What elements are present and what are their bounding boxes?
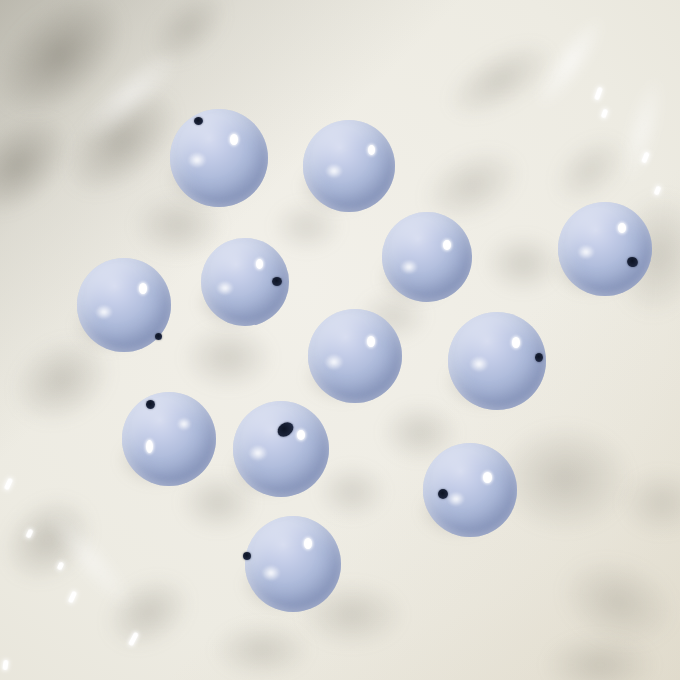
plate-specular-glint xyxy=(2,660,8,671)
bead xyxy=(122,392,216,486)
bead-specular-highlight xyxy=(230,134,238,145)
bead xyxy=(77,258,171,352)
bead-sheen-highlight xyxy=(466,353,492,375)
bead-specular-highlight xyxy=(146,440,153,453)
plate-ridge-highlight xyxy=(509,0,632,136)
bead-sheen-highlight xyxy=(321,351,347,373)
bead-specular-highlight xyxy=(512,337,520,348)
bead xyxy=(245,516,341,612)
plate-ridge-highlight xyxy=(18,480,162,639)
bead-hole xyxy=(146,400,155,409)
bead-sheen-highlight xyxy=(92,302,116,322)
plate-flute-shadow xyxy=(68,538,228,680)
bead-specular-highlight xyxy=(304,538,312,549)
bead-hole xyxy=(274,419,295,439)
bead-specular-highlight xyxy=(256,259,263,269)
bead-sheen-highlight xyxy=(174,415,194,433)
bead-hole xyxy=(535,353,543,362)
bead-sheen-highlight xyxy=(397,257,421,277)
bead xyxy=(448,312,546,410)
bead xyxy=(382,212,472,302)
plate-flute-shadow xyxy=(520,620,680,680)
bead xyxy=(303,120,395,212)
bead-sheen-highlight xyxy=(258,562,284,584)
plate-specular-glint xyxy=(128,632,139,647)
beads-on-plate-photo xyxy=(0,0,680,680)
bead-sheen-highlight xyxy=(322,161,346,181)
plate-flute-shadow xyxy=(518,517,680,680)
bead xyxy=(233,401,329,497)
bead xyxy=(308,309,402,403)
bead-hole xyxy=(243,552,251,560)
plate-flute-shadow xyxy=(0,0,182,174)
bead-sheen-highlight xyxy=(574,242,598,262)
plate-flute-shadow xyxy=(163,310,293,405)
plate-specular-glint xyxy=(56,561,64,570)
plate-flute-shadow xyxy=(113,0,263,101)
bead-specular-highlight xyxy=(368,145,375,155)
bead-specular-highlight xyxy=(618,223,626,233)
plate-specular-glint xyxy=(593,86,602,100)
bead xyxy=(201,238,289,326)
plate-flute-shadow xyxy=(192,610,332,680)
plate-specular-glint xyxy=(600,108,608,118)
plate-surface xyxy=(0,0,680,680)
bead-sheen-highlight xyxy=(213,278,237,298)
bead-hole xyxy=(272,277,282,286)
bead-specular-highlight xyxy=(139,283,147,294)
bead-sheen-highlight xyxy=(184,149,210,171)
plate-specular-glint xyxy=(641,151,650,163)
plate-specular-glint xyxy=(3,478,13,491)
bead xyxy=(170,109,268,207)
plate-flute-shadow xyxy=(406,3,593,157)
bead-hole xyxy=(155,333,162,340)
bead-specular-highlight xyxy=(367,336,375,347)
bead xyxy=(423,443,517,537)
bead-hole xyxy=(438,489,448,499)
plate-specular-glint xyxy=(67,591,77,604)
plate-flute-shadow xyxy=(0,67,118,262)
bead-specular-highlight xyxy=(297,430,305,440)
bead-specular-highlight xyxy=(483,472,492,483)
bead-specular-highlight xyxy=(443,240,451,250)
plate-specular-glint xyxy=(653,185,661,195)
bead-sheen-highlight xyxy=(245,442,271,464)
bead xyxy=(558,202,652,296)
bead-hole xyxy=(625,255,639,268)
plate-flute-shadow xyxy=(602,455,680,550)
bead-hole xyxy=(194,117,203,125)
plate-ridge-highlight xyxy=(601,52,680,209)
plate-specular-glint xyxy=(25,528,33,538)
